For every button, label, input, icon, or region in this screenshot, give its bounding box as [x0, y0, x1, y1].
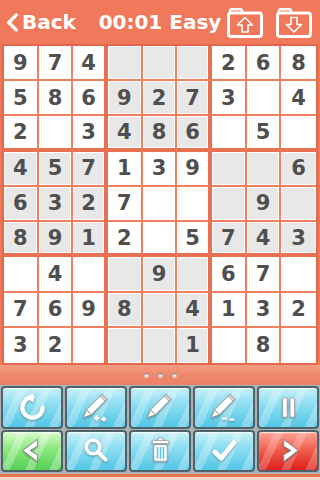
- cell-r9c8[interactable]: 8: [247, 328, 282, 363]
- cell-r1c3[interactable]: 4: [73, 46, 108, 81]
- cell-r4c1[interactable]: 4: [4, 152, 39, 187]
- timer: 00:01: [99, 10, 163, 34]
- cell-r6c5[interactable]: [143, 222, 178, 257]
- cell-r5c1[interactable]: 6: [4, 187, 39, 222]
- cell-r7c9[interactable]: [281, 257, 316, 292]
- cell-r4c8[interactable]: [247, 152, 282, 187]
- trash-icon: [143, 436, 178, 465]
- magnifier-icon: [79, 436, 114, 465]
- page-dot: [158, 373, 163, 377]
- cell-r3c2[interactable]: [39, 116, 74, 151]
- cell-r1c2[interactable]: 7: [39, 46, 74, 81]
- cell-r8c9[interactable]: 2: [281, 293, 316, 328]
- cell-r8c4[interactable]: 8: [108, 293, 143, 328]
- board-area: 9742685869273423486545713966327989125743…: [0, 44, 320, 365]
- sudoku-grid: 9742685869273423486545713966327989125743…: [2, 44, 318, 365]
- pencil-remove-notes-button[interactable]: [193, 386, 255, 429]
- cell-r3c3[interactable]: 3: [73, 116, 108, 151]
- page-indicator: [0, 365, 320, 385]
- cell-r5c9[interactable]: [281, 187, 316, 222]
- cell-r5c3[interactable]: 2: [73, 187, 108, 222]
- cell-r4c2[interactable]: 5: [39, 152, 74, 187]
- cell-r3c5[interactable]: 8: [143, 116, 178, 151]
- cell-r2c1[interactable]: 5: [4, 81, 39, 116]
- cell-r7c6[interactable]: [177, 257, 212, 292]
- next-button[interactable]: [257, 430, 319, 473]
- pencil-add-notes-button[interactable]: [65, 386, 127, 429]
- check-button[interactable]: [193, 430, 255, 473]
- cell-r5c8[interactable]: 9: [247, 187, 282, 222]
- cell-r3c6[interactable]: 6: [177, 116, 212, 151]
- cell-r2c6[interactable]: 7: [177, 81, 212, 116]
- pencil-icon: [143, 393, 178, 422]
- cell-r6c2[interactable]: 9: [39, 222, 74, 257]
- cell-r1c5[interactable]: [143, 46, 178, 81]
- cell-r5c7[interactable]: [212, 187, 247, 222]
- cell-r9c1[interactable]: 3: [4, 328, 39, 363]
- cell-r6c1[interactable]: 8: [4, 222, 39, 257]
- cell-r6c3[interactable]: 1: [73, 222, 108, 257]
- arrow-left-icon: [15, 436, 50, 465]
- cell-r8c3[interactable]: 9: [73, 293, 108, 328]
- cell-r5c2[interactable]: 3: [39, 187, 74, 222]
- cell-r8c6[interactable]: 4: [177, 293, 212, 328]
- cell-r8c8[interactable]: 3: [247, 293, 282, 328]
- cell-r3c9[interactable]: [281, 116, 316, 151]
- cell-r7c3[interactable]: [73, 257, 108, 292]
- cell-r5c5[interactable]: [143, 187, 178, 222]
- check-icon: [207, 436, 242, 465]
- pause-icon: [271, 393, 306, 422]
- cell-r9c2[interactable]: 2: [39, 328, 74, 363]
- cell-r6c9[interactable]: 3: [281, 222, 316, 257]
- cell-r3c8[interactable]: 5: [247, 116, 282, 151]
- cell-r8c5[interactable]: [143, 293, 178, 328]
- cell-r6c6[interactable]: 5: [177, 222, 212, 257]
- bottom-strip: [0, 474, 320, 480]
- toolbar-row: [0, 430, 320, 473]
- load-game-button[interactable]: [225, 6, 265, 38]
- cell-r1c8[interactable]: 6: [247, 46, 282, 81]
- cell-r2c5[interactable]: 2: [143, 81, 178, 116]
- cell-r6c4[interactable]: 2: [108, 222, 143, 257]
- page-dot: [144, 373, 149, 377]
- cell-r9c5[interactable]: [143, 328, 178, 363]
- cell-r2c8[interactable]: [247, 81, 282, 116]
- cell-r4c5[interactable]: 3: [143, 152, 178, 187]
- cell-r9c4[interactable]: [108, 328, 143, 363]
- cell-r4c7[interactable]: [212, 152, 247, 187]
- cell-r7c5[interactable]: 9: [143, 257, 178, 292]
- cell-r7c1[interactable]: [4, 257, 39, 292]
- cell-r4c3[interactable]: 7: [73, 152, 108, 187]
- save-game-button[interactable]: [274, 6, 314, 38]
- pencil-minus-icon: [207, 393, 242, 422]
- cell-r2c7[interactable]: 3: [212, 81, 247, 116]
- cell-r6c8[interactable]: 4: [247, 222, 282, 257]
- cell-r4c6[interactable]: 9: [177, 152, 212, 187]
- cell-r9c3[interactable]: [73, 328, 108, 363]
- cell-r8c7[interactable]: 1: [212, 293, 247, 328]
- cell-r1c7[interactable]: 2: [212, 46, 247, 81]
- sudoku-app: Back 00:01 Easy 974268586927342348654571…: [0, 0, 320, 480]
- back-label: Back: [22, 10, 76, 34]
- pencil-button[interactable]: [129, 386, 191, 429]
- cell-r2c4[interactable]: 9: [108, 81, 143, 116]
- cell-r7c4[interactable]: [108, 257, 143, 292]
- cell-r5c4[interactable]: 7: [108, 187, 143, 222]
- cell-r9c9[interactable]: [281, 328, 316, 363]
- toolbar: [0, 385, 320, 474]
- cell-r1c9[interactable]: 8: [281, 46, 316, 81]
- zoom-button[interactable]: [65, 430, 127, 473]
- toolbar-row: [0, 386, 320, 429]
- cell-r3c4[interactable]: 4: [108, 116, 143, 151]
- folder-arrow-down-icon: [274, 6, 314, 38]
- cell-r3c7[interactable]: [212, 116, 247, 151]
- difficulty-label: Easy: [169, 10, 221, 34]
- cell-r1c4[interactable]: [108, 46, 143, 81]
- cell-r1c1[interactable]: 9: [4, 46, 39, 81]
- cell-r9c7[interactable]: [212, 328, 247, 363]
- header-buttons: [225, 6, 314, 38]
- cell-r4c4[interactable]: 1: [108, 152, 143, 187]
- cell-r2c3[interactable]: 6: [73, 81, 108, 116]
- undo-button[interactable]: [1, 386, 63, 429]
- cell-r9c6[interactable]: 1: [177, 328, 212, 363]
- delete-button[interactable]: [129, 430, 191, 473]
- cell-r7c7[interactable]: 6: [212, 257, 247, 292]
- cell-r7c8[interactable]: 7: [247, 257, 282, 292]
- cell-r6c7[interactable]: 7: [212, 222, 247, 257]
- arrow-right-icon: [271, 436, 306, 465]
- page-dot: [172, 373, 177, 377]
- previous-button[interactable]: [1, 430, 63, 473]
- cell-r8c1[interactable]: 7: [4, 293, 39, 328]
- back-button[interactable]: Back: [6, 10, 76, 34]
- cell-r2c2[interactable]: 8: [39, 81, 74, 116]
- back-chevron-icon: [6, 13, 19, 32]
- undo-icon: [15, 393, 50, 422]
- pencil-plus-icon: [79, 393, 114, 422]
- pause-button[interactable]: [257, 386, 319, 429]
- cell-r4c9[interactable]: 6: [281, 152, 316, 187]
- cell-r1c6[interactable]: [177, 46, 212, 81]
- cell-r7c2[interactable]: 4: [39, 257, 74, 292]
- cell-r2c9[interactable]: 4: [281, 81, 316, 116]
- cell-r3c1[interactable]: 2: [4, 116, 39, 151]
- header: Back 00:01 Easy: [0, 0, 320, 44]
- cell-r8c2[interactable]: 6: [39, 293, 74, 328]
- folder-arrow-up-icon: [225, 6, 265, 38]
- cell-r5c6[interactable]: [177, 187, 212, 222]
